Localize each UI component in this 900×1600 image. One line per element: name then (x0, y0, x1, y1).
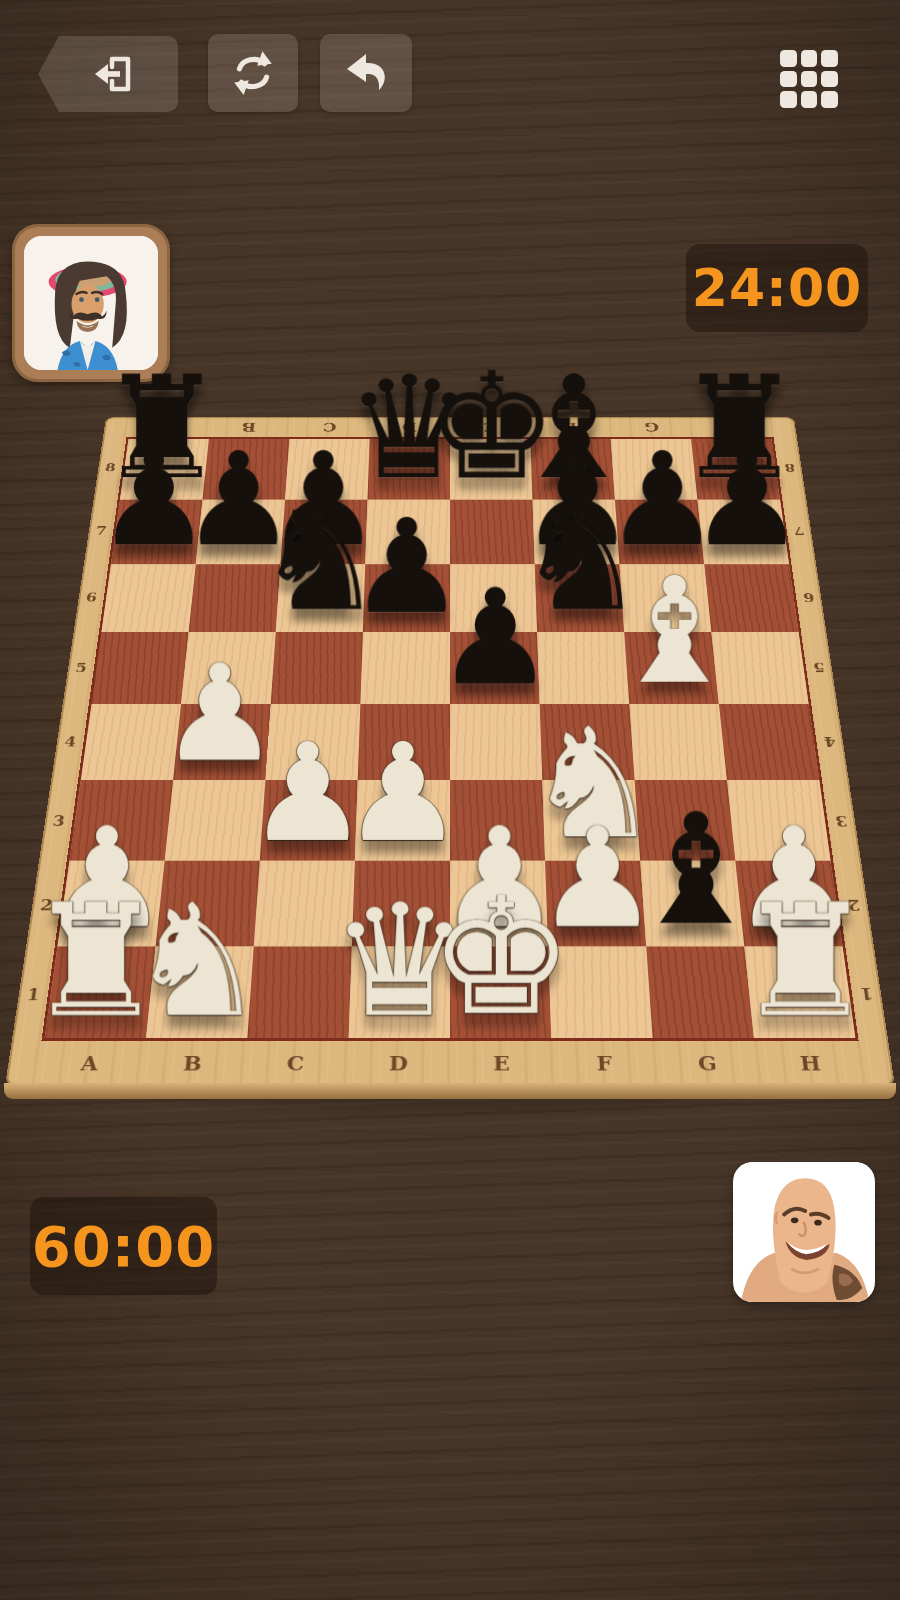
square-b1[interactable]: ♞ (146, 947, 254, 1038)
file-label-e: E (450, 1041, 554, 1086)
player-avatar (733, 1162, 875, 1302)
menu-grid-dot (821, 71, 838, 88)
black-pawn[interactable]: ♟ (436, 572, 555, 704)
menu-grid-dot (821, 91, 838, 108)
menu-grid-dot (780, 50, 797, 67)
white-king[interactable]: ♚ (428, 877, 573, 1038)
board-squares: ♜♛♚♝♜♟♟♟♟♟♟♞♟♞♟♝♟♟♟♞♟♟♟♝♟♜♞♛♚♜ (41, 437, 858, 1040)
file-label-far-h: H (691, 417, 774, 437)
file-label-far-d: D (369, 417, 450, 437)
file-label-b: B (139, 1041, 246, 1086)
undo-arrow-icon (342, 49, 390, 97)
file-label-d: D (346, 1041, 450, 1086)
menu-grid-button[interactable] (780, 50, 838, 108)
file-labels-far-rail: ABCDEFGH (126, 417, 773, 437)
menu-grid-dot (801, 71, 818, 88)
file-label-far-a: A (126, 417, 209, 437)
rotate-sync-icon (228, 48, 278, 98)
file-label-far-f: F (530, 417, 612, 437)
menu-grid-dot (821, 50, 838, 67)
square-e1[interactable]: ♚ (450, 947, 551, 1038)
opponent-clock-time: 24:00 (692, 258, 863, 318)
chess-board: ABCDEFGH ABCDEFGH 87654321 87654321 ♜♛♚♝… (5, 417, 895, 1086)
board-front-edge (4, 1083, 896, 1099)
file-label-far-c: C (288, 417, 370, 437)
player-clock: 60:00 (30, 1197, 217, 1295)
square-g2[interactable]: ♝ (640, 861, 744, 947)
file-label-c: C (243, 1041, 348, 1086)
file-label-g: G (654, 1041, 761, 1086)
menu-grid-dot (780, 91, 797, 108)
exit-door-arrow-icon (87, 50, 139, 98)
file-label-f: F (552, 1041, 657, 1086)
square-h1[interactable]: ♜ (744, 947, 855, 1038)
chess-app-screen: { "game": "chess", "position": "r2qkb1r/… (0, 0, 900, 1600)
menu-grid-dot (780, 71, 797, 88)
file-label-a: A (35, 1041, 144, 1086)
file-label-far-b: B (207, 417, 289, 437)
menu-grid-dot (801, 50, 818, 67)
player-clock-time: 60:00 (32, 1214, 215, 1279)
square-a6[interactable] (102, 564, 196, 632)
white-bishop[interactable]: ♝ (608, 557, 740, 704)
file-label-h: H (756, 1041, 865, 1086)
square-h4[interactable] (719, 704, 819, 780)
white-knight[interactable]: ♞ (127, 883, 266, 1038)
undo-button[interactable] (320, 34, 412, 112)
file-label-far-g: G (610, 417, 692, 437)
opponent-clock: 24:00 (686, 244, 868, 332)
square-d3[interactable]: ♟ (355, 780, 450, 861)
square-e5[interactable]: ♟ (450, 632, 540, 704)
file-labels-near-rail: ABCDEFGH (35, 1041, 865, 1086)
file-label-far-e: E (450, 417, 531, 437)
exit-button[interactable] (38, 36, 178, 112)
menu-grid-dot (801, 91, 818, 108)
flip-board-button[interactable] (208, 34, 298, 112)
square-c5[interactable] (271, 632, 363, 704)
player-avatar-image (733, 1162, 875, 1302)
square-g5[interactable]: ♝ (624, 632, 719, 704)
